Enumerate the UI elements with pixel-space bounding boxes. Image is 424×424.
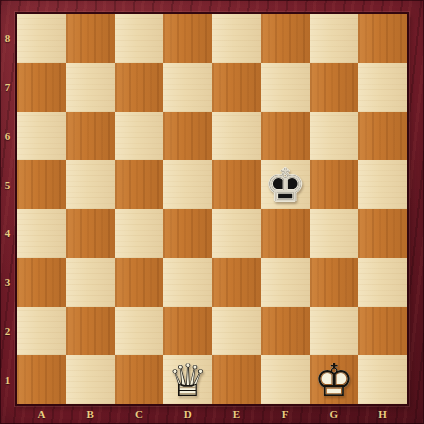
square-a8[interactable]: [17, 14, 66, 63]
square-c4[interactable]: [115, 209, 164, 258]
square-a7[interactable]: [17, 63, 66, 112]
square-c7[interactable]: [115, 63, 164, 112]
square-a5[interactable]: [17, 160, 66, 209]
chess-app: ♚♔♛♕♚♔ 87654321 ABCDEFGH: [0, 0, 424, 424]
square-f8[interactable]: [261, 14, 310, 63]
square-f7[interactable]: [261, 63, 310, 112]
white-queen-outline-glyph: ♕: [163, 355, 212, 404]
file-label-h: H: [358, 405, 407, 423]
square-g4[interactable]: [310, 209, 359, 258]
file-label-a: A: [17, 405, 66, 423]
rank-label-3: 3: [0, 258, 15, 307]
square-g1[interactable]: ♚♔: [310, 355, 359, 404]
square-c2[interactable]: [115, 307, 164, 356]
square-d2[interactable]: [163, 307, 212, 356]
square-f2[interactable]: [261, 307, 310, 356]
square-h7[interactable]: [358, 63, 407, 112]
square-h6[interactable]: [358, 112, 407, 161]
square-a4[interactable]: [17, 209, 66, 258]
black-king-outline-glyph: ♔: [261, 160, 310, 209]
rank-label-2: 2: [0, 307, 15, 356]
chess-board: ♚♔♛♕♚♔: [15, 12, 409, 406]
square-g7[interactable]: [310, 63, 359, 112]
square-b3[interactable]: [66, 258, 115, 307]
square-b4[interactable]: [66, 209, 115, 258]
rank-label-1: 1: [0, 355, 15, 404]
piece-white-queen[interactable]: ♛♕: [163, 355, 212, 404]
square-d5[interactable]: [163, 160, 212, 209]
rank-label-6: 6: [0, 112, 15, 161]
file-label-b: B: [66, 405, 115, 423]
square-f4[interactable]: [261, 209, 310, 258]
square-e7[interactable]: [212, 63, 261, 112]
rank-label-5: 5: [0, 160, 15, 209]
square-e6[interactable]: [212, 112, 261, 161]
square-e4[interactable]: [212, 209, 261, 258]
rank-label-8: 8: [0, 14, 15, 63]
square-b8[interactable]: [66, 14, 115, 63]
square-e1[interactable]: [212, 355, 261, 404]
square-f6[interactable]: [261, 112, 310, 161]
square-e5[interactable]: [212, 160, 261, 209]
file-label-e: E: [212, 405, 261, 423]
square-a1[interactable]: [17, 355, 66, 404]
square-a2[interactable]: [17, 307, 66, 356]
square-d6[interactable]: [163, 112, 212, 161]
square-a6[interactable]: [17, 112, 66, 161]
rank-label-4: 4: [0, 209, 15, 258]
piece-white-king[interactable]: ♚♔: [310, 355, 359, 404]
square-g2[interactable]: [310, 307, 359, 356]
square-f3[interactable]: [261, 258, 310, 307]
square-f5[interactable]: ♚♔: [261, 160, 310, 209]
file-label-g: G: [310, 405, 359, 423]
square-g6[interactable]: [310, 112, 359, 161]
square-h3[interactable]: [358, 258, 407, 307]
piece-black-king[interactable]: ♚♔: [261, 160, 310, 209]
square-g5[interactable]: [310, 160, 359, 209]
square-e8[interactable]: [212, 14, 261, 63]
square-g8[interactable]: [310, 14, 359, 63]
square-c8[interactable]: [115, 14, 164, 63]
square-b6[interactable]: [66, 112, 115, 161]
square-g3[interactable]: [310, 258, 359, 307]
square-h8[interactable]: [358, 14, 407, 63]
file-label-f: F: [261, 405, 310, 423]
file-label-d: D: [163, 405, 212, 423]
square-h4[interactable]: [358, 209, 407, 258]
square-d3[interactable]: [163, 258, 212, 307]
square-b5[interactable]: [66, 160, 115, 209]
white-king-outline-glyph: ♔: [310, 355, 359, 404]
square-d8[interactable]: [163, 14, 212, 63]
square-h1[interactable]: [358, 355, 407, 404]
square-d7[interactable]: [163, 63, 212, 112]
square-d1[interactable]: ♛♕: [163, 355, 212, 404]
square-a3[interactable]: [17, 258, 66, 307]
rank-label-7: 7: [0, 63, 15, 112]
square-b7[interactable]: [66, 63, 115, 112]
square-c6[interactable]: [115, 112, 164, 161]
square-h2[interactable]: [358, 307, 407, 356]
square-f1[interactable]: [261, 355, 310, 404]
square-e2[interactable]: [212, 307, 261, 356]
square-h5[interactable]: [358, 160, 407, 209]
square-b1[interactable]: [66, 355, 115, 404]
square-d4[interactable]: [163, 209, 212, 258]
square-c3[interactable]: [115, 258, 164, 307]
square-c1[interactable]: [115, 355, 164, 404]
square-c5[interactable]: [115, 160, 164, 209]
file-label-c: C: [115, 405, 164, 423]
square-e3[interactable]: [212, 258, 261, 307]
square-b2[interactable]: [66, 307, 115, 356]
